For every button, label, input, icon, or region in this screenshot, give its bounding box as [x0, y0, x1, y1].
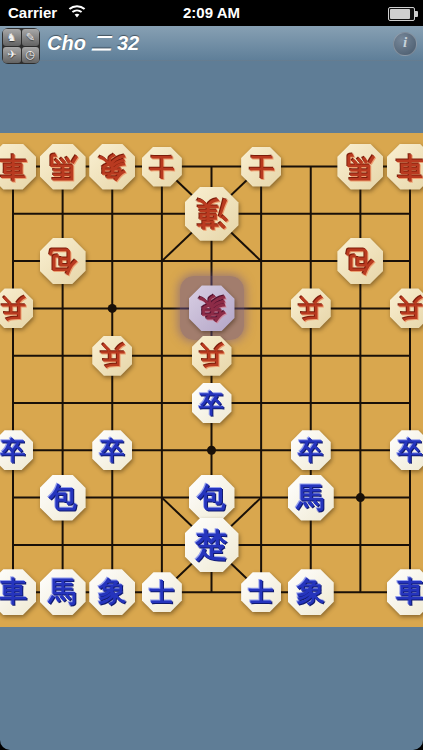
- piece-cho-horse[interactable]: 馬: [40, 569, 86, 615]
- piece-cho-cannon[interactable]: 包: [189, 475, 235, 521]
- piece-cho-cannon[interactable]: 包: [40, 475, 86, 521]
- piece-cho-general[interactable]: 楚: [185, 518, 239, 572]
- piece-cho-elephant[interactable]: 象: [288, 569, 334, 615]
- piece-cho-horse[interactable]: 馬: [288, 475, 334, 521]
- nav-bar: Cho 二 32: [0, 26, 423, 61]
- piece-cho-soldier[interactable]: 卒: [192, 383, 232, 423]
- piece-han-chariot[interactable]: 車: [387, 144, 423, 190]
- piece-han-guard[interactable]: 士: [142, 147, 182, 187]
- piece-cho-guard[interactable]: 士: [241, 572, 281, 612]
- status-bar: Carrier 2:09 AM: [0, 0, 423, 26]
- piece-cho-chariot[interactable]: 車: [387, 569, 423, 615]
- point-marker: [207, 446, 216, 455]
- piece-han-horse[interactable]: 馬: [40, 144, 86, 190]
- piece-cho-soldier[interactable]: 卒: [390, 430, 423, 470]
- piece-han-soldier[interactable]: 兵: [192, 336, 232, 376]
- piece-cho-elephant[interactable]: 象: [89, 569, 135, 615]
- battery-icon: [388, 7, 415, 21]
- stopwatch-icon: ◷: [22, 47, 40, 64]
- piece-cho-soldier[interactable]: 卒: [92, 430, 132, 470]
- app-icon-cluster[interactable]: ♞✎✈◷: [2, 28, 40, 64]
- piece-han-soldier[interactable]: 兵: [291, 288, 331, 328]
- piece-cho-soldier[interactable]: 卒: [0, 430, 33, 470]
- knight-icon: ♞: [3, 29, 21, 46]
- pencil-icon: ✎: [22, 29, 40, 46]
- piece-han-soldier[interactable]: 兵: [92, 336, 132, 376]
- page-title: Cho 二 32: [47, 30, 139, 57]
- piece-cho-guard[interactable]: 士: [142, 572, 182, 612]
- point-marker: [108, 304, 117, 313]
- piece-han-elephant[interactable]: 象: [89, 144, 135, 190]
- point-marker: [356, 493, 365, 502]
- piece-han-general[interactable]: 漢: [185, 187, 239, 241]
- piece-han-soldier[interactable]: 兵: [390, 288, 423, 328]
- info-button[interactable]: i: [393, 32, 417, 56]
- piece-han-horse[interactable]: 馬: [337, 144, 383, 190]
- janggi-board[interactable]: 車馬象士士馬車漢包包兵象兵兵兵兵卒卒卒卒卒包包馬楚車馬象士士象車: [0, 133, 423, 627]
- piece-han-soldier[interactable]: 兵: [0, 288, 33, 328]
- piece-cho-chariot[interactable]: 車: [0, 569, 36, 615]
- piece-cho-soldier[interactable]: 卒: [291, 430, 331, 470]
- piece-han-guard[interactable]: 士: [241, 147, 281, 187]
- piece-han-cannon[interactable]: 包: [337, 238, 383, 284]
- status-time: 2:09 AM: [0, 4, 423, 21]
- rocket-icon: ✈: [3, 47, 21, 64]
- piece-han-elephant[interactable]: 象: [189, 285, 235, 331]
- piece-han-chariot[interactable]: 車: [0, 144, 36, 190]
- piece-han-cannon[interactable]: 包: [40, 238, 86, 284]
- app-screen: Carrier 2:09 AM Cho 二 32 ♞✎✈◷ i 車馬象士士馬車漢…: [0, 0, 423, 750]
